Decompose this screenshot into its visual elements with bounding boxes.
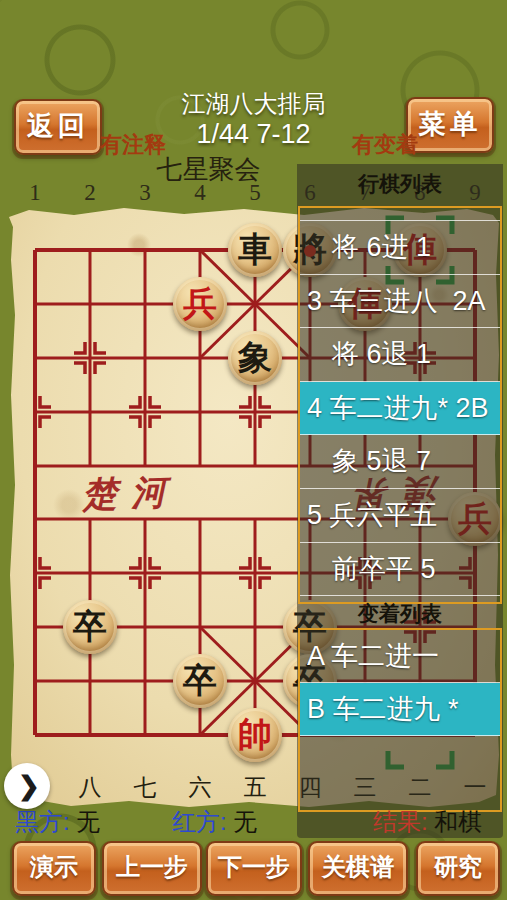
black-player-value: 无 [76, 808, 100, 835]
red-player-value: 无 [233, 808, 257, 835]
variation-list: A 车二进一B 车二进九 * [298, 628, 502, 812]
file-number-bottom-2: 八 [75, 772, 105, 803]
back-button[interactable]: 返回 [14, 99, 102, 155]
black-piece-卒[interactable]: 卒 [63, 600, 117, 654]
move-list-title: 行棋列表 [297, 170, 503, 198]
variation-item-2[interactable]: B 车二进九 * [300, 683, 500, 736]
file-number-bottom-5: 五 [240, 772, 270, 803]
analysis-panel: 行棋列表 将 6进 13 车三进八 2A将 6退 14 车二进九* 2B象 5退… [297, 164, 503, 838]
result-value: 和棋 [434, 808, 482, 835]
move-item-5[interactable]: 象 5退 7 [300, 435, 500, 489]
collection-title: 江湖八大排局 [110, 88, 397, 120]
river-label-chu: 楚河 [81, 468, 181, 518]
result-label: 结果: [373, 808, 428, 835]
black-piece-象[interactable]: 象 [228, 331, 282, 385]
file-number-top-1: 1 [23, 180, 47, 206]
move-item-2[interactable]: 3 车三进八 2A [300, 275, 500, 329]
file-number-bottom-3: 七 [130, 772, 160, 803]
move-list: 将 6进 13 车三进八 2A将 6退 14 车二进九* 2B象 5退 75 兵… [298, 206, 502, 604]
has-notes-badge: 有注释 [100, 130, 166, 160]
research-button[interactable]: 研究 [416, 841, 500, 896]
demo-button[interactable]: 演示 [12, 841, 96, 896]
move-item-6[interactable]: 5 兵六平五 [300, 489, 500, 543]
black-player-label: 黑方: [15, 808, 70, 835]
move-item-3[interactable]: 将 6退 1 [300, 328, 500, 382]
play-arrow-icon: ❯ [18, 771, 40, 802]
move-item-7[interactable]: 前卒平 5 [300, 543, 500, 597]
black-player-status: 黑方: 无 [15, 806, 100, 838]
red-piece-帥[interactable]: 帥 [228, 708, 282, 762]
variation-list-title: 变着列表 [297, 600, 503, 628]
red-player-status: 红方: 无 [172, 806, 257, 838]
result-status: 结果: 和棋 [373, 806, 482, 838]
red-piece-兵[interactable]: 兵 [173, 277, 227, 331]
xiangqi-app-screen: 123456789 九八七六五四三二一 楚河 漢界 車將俥兵俥象兵卒卒卒卒帥 江… [0, 0, 507, 900]
file-number-bottom-4: 六 [185, 772, 215, 803]
close-manual-button[interactable]: 关棋谱 [308, 841, 408, 896]
red-player-label: 红方: [172, 808, 227, 835]
move-item-1[interactable]: 将 6进 1 [300, 220, 500, 275]
next-step-button[interactable]: 下一步 [206, 841, 302, 896]
menu-button[interactable]: 菜单 [406, 97, 494, 153]
black-piece-車[interactable]: 車 [228, 223, 282, 277]
black-piece-卒[interactable]: 卒 [173, 654, 227, 708]
prev-step-button[interactable]: 上一步 [102, 841, 202, 896]
move-item-4[interactable]: 4 车二进九* 2B [300, 382, 500, 436]
has-variations-badge: 有变着 [352, 130, 418, 160]
expand-play-button[interactable]: ❯ [4, 763, 50, 809]
variation-item-1[interactable]: A 车二进一 [300, 630, 500, 683]
